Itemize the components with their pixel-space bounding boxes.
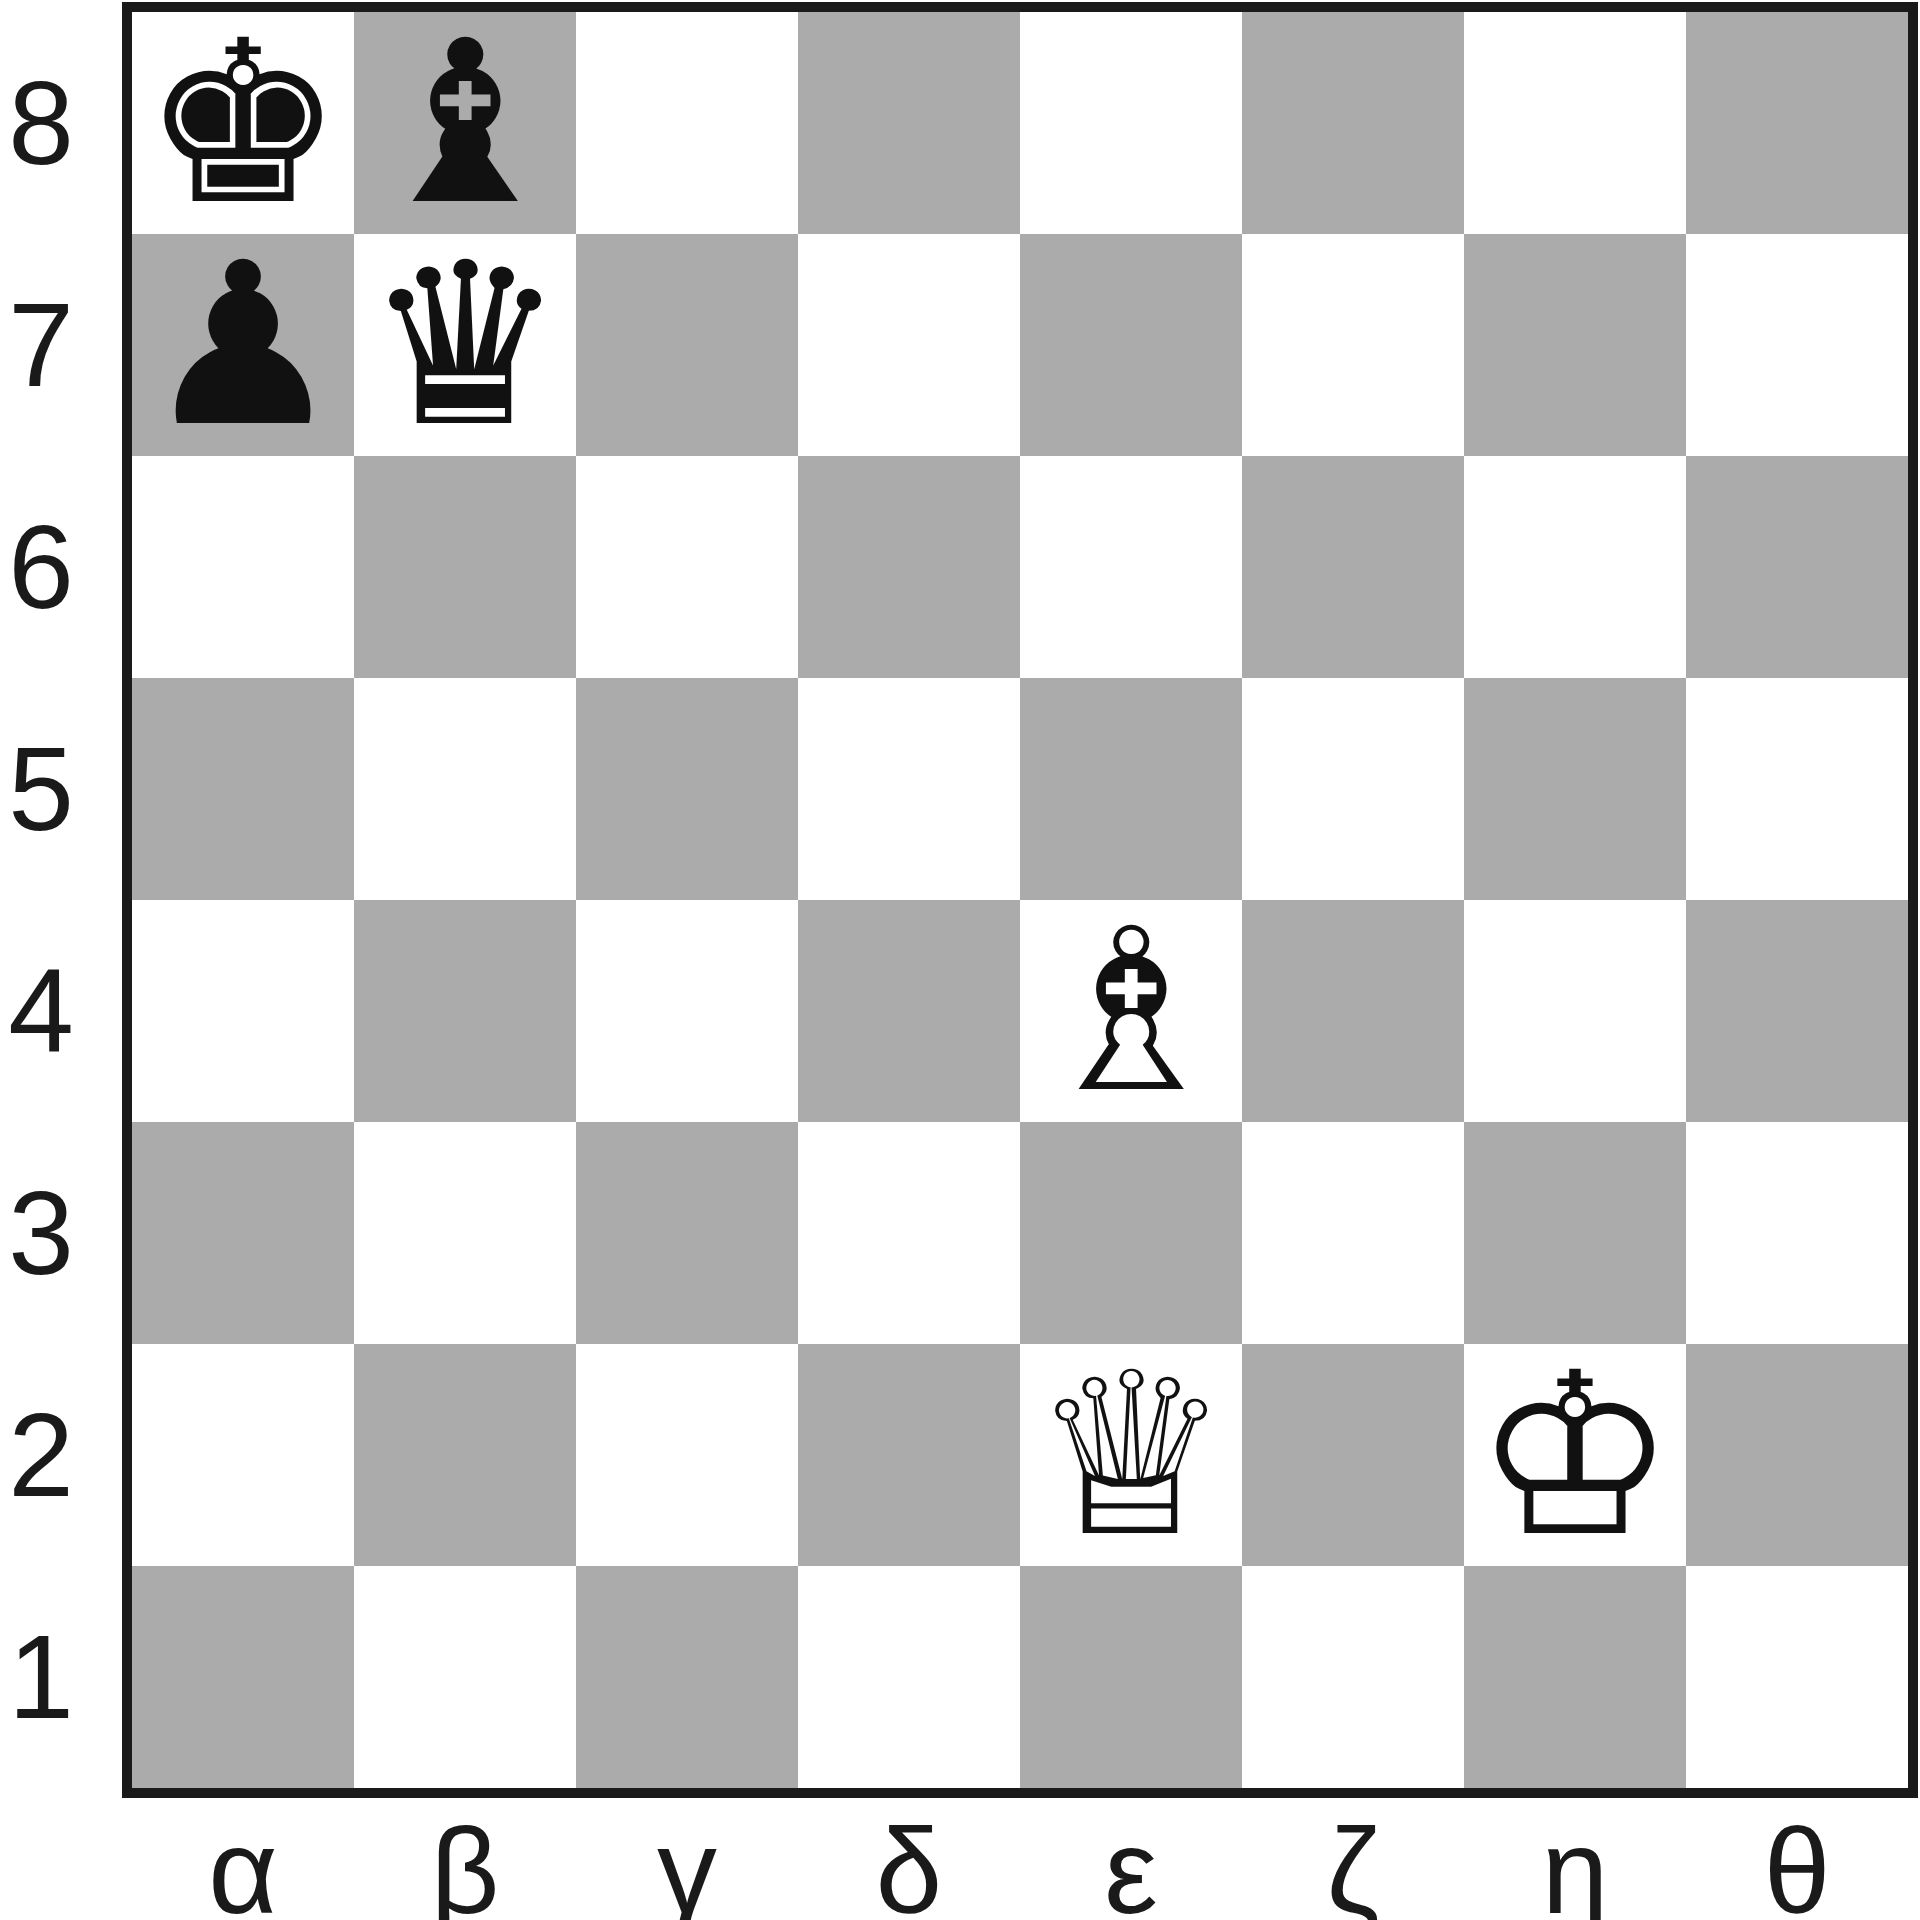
square-e4[interactable]: ♗ [1020, 900, 1242, 1122]
square-f5[interactable] [1242, 678, 1464, 900]
file-label-gamma: γ [576, 1788, 798, 1920]
rank-label-2: 2 [0, 1344, 82, 1566]
square-d7[interactable] [798, 234, 1020, 456]
square-c3[interactable] [576, 1122, 798, 1344]
white-queen[interactable]: ♕ [1030, 1343, 1232, 1568]
square-e8[interactable] [1020, 12, 1242, 234]
rank-label-3: 3 [0, 1122, 82, 1344]
square-e6[interactable] [1020, 456, 1242, 678]
square-a3[interactable] [132, 1122, 354, 1344]
chess-diagram: 87654321 ♚♝♟♛♗♕♔ αβγδεζηθ [0, 0, 1920, 1920]
square-e1[interactable] [1020, 1566, 1242, 1788]
file-label-alpha: α [132, 1788, 354, 1920]
square-g2[interactable]: ♔ [1464, 1344, 1686, 1566]
square-f1[interactable] [1242, 1566, 1464, 1788]
square-f4[interactable] [1242, 900, 1464, 1122]
square-c4[interactable] [576, 900, 798, 1122]
square-a5[interactable] [132, 678, 354, 900]
square-h2[interactable] [1686, 1344, 1908, 1566]
square-d8[interactable] [798, 12, 1020, 234]
square-b8[interactable]: ♝ [354, 12, 576, 234]
square-h8[interactable] [1686, 12, 1908, 234]
file-label-theta: θ [1686, 1788, 1908, 1920]
square-h4[interactable] [1686, 900, 1908, 1122]
rank-labels: 87654321 [0, 12, 82, 1788]
file-label-delta: δ [798, 1788, 1020, 1920]
square-c5[interactable] [576, 678, 798, 900]
square-f3[interactable] [1242, 1122, 1464, 1344]
square-b7[interactable]: ♛ [354, 234, 576, 456]
square-f7[interactable] [1242, 234, 1464, 456]
square-g7[interactable] [1464, 234, 1686, 456]
white-bishop[interactable]: ♗ [1030, 899, 1232, 1124]
square-a6[interactable] [132, 456, 354, 678]
square-d1[interactable] [798, 1566, 1020, 1788]
square-h5[interactable] [1686, 678, 1908, 900]
square-d6[interactable] [798, 456, 1020, 678]
square-c1[interactable] [576, 1566, 798, 1788]
square-e7[interactable] [1020, 234, 1242, 456]
black-king[interactable]: ♚ [142, 11, 344, 236]
square-b1[interactable] [354, 1566, 576, 1788]
rank-label-7: 7 [0, 234, 82, 456]
square-e3[interactable] [1020, 1122, 1242, 1344]
square-g3[interactable] [1464, 1122, 1686, 1344]
square-c8[interactable] [576, 12, 798, 234]
rank-label-1: 1 [0, 1566, 82, 1788]
black-bishop[interactable]: ♝ [364, 11, 566, 236]
black-pawn[interactable]: ♟ [142, 233, 344, 458]
square-b5[interactable] [354, 678, 576, 900]
square-h1[interactable] [1686, 1566, 1908, 1788]
rank-label-5: 5 [0, 678, 82, 900]
white-king[interactable]: ♔ [1474, 1343, 1676, 1568]
square-c6[interactable] [576, 456, 798, 678]
square-d3[interactable] [798, 1122, 1020, 1344]
square-d2[interactable] [798, 1344, 1020, 1566]
rank-label-6: 6 [0, 456, 82, 678]
square-c2[interactable] [576, 1344, 798, 1566]
square-f6[interactable] [1242, 456, 1464, 678]
file-labels: αβγδεζηθ [132, 1788, 1908, 1920]
square-a2[interactable] [132, 1344, 354, 1566]
square-g6[interactable] [1464, 456, 1686, 678]
square-f2[interactable] [1242, 1344, 1464, 1566]
square-g4[interactable] [1464, 900, 1686, 1122]
square-a7[interactable]: ♟ [132, 234, 354, 456]
square-b6[interactable] [354, 456, 576, 678]
square-d5[interactable] [798, 678, 1020, 900]
square-h6[interactable] [1686, 456, 1908, 678]
black-queen[interactable]: ♛ [364, 233, 566, 458]
chess-board: ♚♝♟♛♗♕♔ [122, 2, 1918, 1798]
rank-label-8: 8 [0, 12, 82, 234]
square-c7[interactable] [576, 234, 798, 456]
square-a4[interactable] [132, 900, 354, 1122]
square-e2[interactable]: ♕ [1020, 1344, 1242, 1566]
file-label-zeta: ζ [1242, 1788, 1464, 1920]
square-b2[interactable] [354, 1344, 576, 1566]
square-a8[interactable]: ♚ [132, 12, 354, 234]
file-label-beta: β [354, 1788, 576, 1920]
square-b3[interactable] [354, 1122, 576, 1344]
square-a1[interactable] [132, 1566, 354, 1788]
file-label-epsilon: ε [1020, 1788, 1242, 1920]
square-f8[interactable] [1242, 12, 1464, 234]
square-e5[interactable] [1020, 678, 1242, 900]
rank-label-4: 4 [0, 900, 82, 1122]
file-label-eta: η [1464, 1788, 1686, 1920]
square-h3[interactable] [1686, 1122, 1908, 1344]
square-g1[interactable] [1464, 1566, 1686, 1788]
square-h7[interactable] [1686, 234, 1908, 456]
square-d4[interactable] [798, 900, 1020, 1122]
square-g5[interactable] [1464, 678, 1686, 900]
square-b4[interactable] [354, 900, 576, 1122]
square-g8[interactable] [1464, 12, 1686, 234]
